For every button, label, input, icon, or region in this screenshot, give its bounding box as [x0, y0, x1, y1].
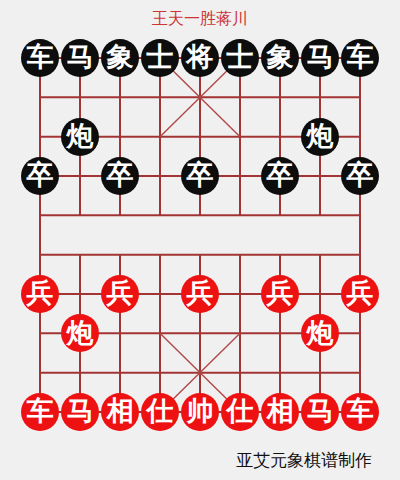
piece-black-cannon[interactable]: 炮	[61, 118, 99, 156]
board-point-h3[interactable]	[300, 274, 340, 313]
board-point-d3[interactable]	[140, 274, 180, 313]
board-point-i5[interactable]	[340, 196, 380, 235]
piece-black-soldier[interactable]: 卒	[261, 157, 299, 195]
board-point-c7[interactable]	[100, 117, 140, 156]
board-point-d4[interactable]	[140, 235, 180, 274]
board-point-f8[interactable]	[220, 78, 260, 117]
board-point-i0[interactable]: 车	[340, 392, 380, 431]
piece-black-elephant[interactable]: 象	[101, 39, 139, 77]
board-point-c2[interactable]	[100, 314, 140, 353]
board-point-a0[interactable]: 车	[20, 392, 60, 431]
board-point-d5[interactable]	[140, 196, 180, 235]
piece-red-cannon[interactable]: 炮	[61, 314, 99, 352]
board-point-a6[interactable]: 卒	[20, 156, 60, 195]
board-point-a8[interactable]	[20, 78, 60, 117]
board-point-e6[interactable]: 卒	[180, 156, 220, 195]
board-point-i3[interactable]: 兵	[340, 274, 380, 313]
piece-grid: 车马象士将士象马车炮炮卒卒卒卒卒兵兵兵兵兵炮炮车马相仕帅仕相马车	[20, 38, 380, 431]
board-point-g4[interactable]	[260, 235, 300, 274]
piece-red-elephant[interactable]: 相	[101, 393, 139, 431]
piece-black-chariot[interactable]: 车	[341, 39, 379, 77]
piece-black-soldier[interactable]: 卒	[181, 157, 219, 195]
board-point-c9[interactable]: 象	[100, 38, 140, 77]
board-point-h4[interactable]	[300, 235, 340, 274]
board-point-g5[interactable]	[260, 196, 300, 235]
board-point-e4[interactable]	[180, 235, 220, 274]
board-point-h5[interactable]	[300, 196, 340, 235]
board-point-a9[interactable]: 车	[20, 38, 60, 77]
board-point-g3[interactable]: 兵	[260, 274, 300, 313]
board-point-g9[interactable]: 象	[260, 38, 300, 77]
credit-text: 亚艾元象棋谱制作	[236, 449, 372, 472]
piece-black-elephant[interactable]: 象	[261, 39, 299, 77]
board-point-e9[interactable]: 将	[180, 38, 220, 77]
board-point-e1[interactable]	[180, 353, 220, 392]
board-point-c4[interactable]	[100, 235, 140, 274]
board-point-f1[interactable]	[220, 353, 260, 392]
board-point-d2[interactable]	[140, 314, 180, 353]
piece-black-soldier[interactable]: 卒	[101, 157, 139, 195]
piece-black-soldier[interactable]: 卒	[21, 157, 59, 195]
board-point-b6[interactable]	[60, 156, 100, 195]
piece-red-horse[interactable]: 马	[61, 393, 99, 431]
board-point-h9[interactable]: 马	[300, 38, 340, 77]
board-point-b4[interactable]	[60, 235, 100, 274]
board-point-d0[interactable]: 仕	[140, 392, 180, 431]
board-point-f5[interactable]	[220, 196, 260, 235]
xiangqi-viewer: 王天一胜蒋川 车马象士将士象马车炮炮卒卒卒卒卒兵兵兵兵兵炮炮车马相仕帅仕相马车 …	[0, 0, 400, 480]
board-point-g0[interactable]: 相	[260, 392, 300, 431]
board-point-c8[interactable]	[100, 78, 140, 117]
piece-black-cannon[interactable]: 炮	[301, 118, 339, 156]
board-point-g1[interactable]	[260, 353, 300, 392]
board-point-b1[interactable]	[60, 353, 100, 392]
board-point-f7[interactable]	[220, 117, 260, 156]
piece-black-advisor[interactable]: 士	[141, 39, 179, 77]
piece-red-cannon[interactable]: 炮	[301, 314, 339, 352]
board-point-d1[interactable]	[140, 353, 180, 392]
piece-red-general[interactable]: 帅	[181, 393, 219, 431]
board-point-d6[interactable]	[140, 156, 180, 195]
board-point-g8[interactable]	[260, 78, 300, 117]
piece-red-soldier[interactable]: 兵	[341, 275, 379, 313]
xiangqi-board: 车马象士将士象马车炮炮卒卒卒卒卒兵兵兵兵兵炮炮车马相仕帅仕相马车	[0, 0, 400, 445]
board-point-b2[interactable]: 炮	[60, 314, 100, 353]
board-point-d9[interactable]: 士	[140, 38, 180, 77]
board-point-e2[interactable]	[180, 314, 220, 353]
board-point-i8[interactable]	[340, 78, 380, 117]
piece-red-soldier[interactable]: 兵	[261, 275, 299, 313]
board-point-e8[interactable]	[180, 78, 220, 117]
piece-red-chariot[interactable]: 车	[341, 393, 379, 431]
board-point-a4[interactable]	[20, 235, 60, 274]
piece-red-advisor[interactable]: 仕	[141, 393, 179, 431]
board-point-i1[interactable]	[340, 353, 380, 392]
board-point-a2[interactable]	[20, 314, 60, 353]
board-point-e5[interactable]	[180, 196, 220, 235]
board-point-i2[interactable]	[340, 314, 380, 353]
board-point-a5[interactable]	[20, 196, 60, 235]
board-point-a7[interactable]	[20, 117, 60, 156]
board-point-f2[interactable]	[220, 314, 260, 353]
piece-red-chariot[interactable]: 车	[21, 393, 59, 431]
board-point-e3[interactable]: 兵	[180, 274, 220, 313]
piece-red-soldier[interactable]: 兵	[181, 275, 219, 313]
board-point-f4[interactable]	[220, 235, 260, 274]
piece-black-advisor[interactable]: 士	[221, 39, 259, 77]
board-point-g6[interactable]: 卒	[260, 156, 300, 195]
board-point-b5[interactable]	[60, 196, 100, 235]
board-point-i7[interactable]	[340, 117, 380, 156]
board-point-a1[interactable]	[20, 353, 60, 392]
piece-red-advisor[interactable]: 仕	[221, 393, 259, 431]
piece-black-horse[interactable]: 马	[61, 39, 99, 77]
board-point-b9[interactable]: 马	[60, 38, 100, 77]
board-point-h2[interactable]: 炮	[300, 314, 340, 353]
piece-black-horse[interactable]: 马	[301, 39, 339, 77]
piece-red-elephant[interactable]: 相	[261, 393, 299, 431]
board-point-c1[interactable]	[100, 353, 140, 392]
board-point-c5[interactable]	[100, 196, 140, 235]
board-point-a3[interactable]: 兵	[20, 274, 60, 313]
board-point-i4[interactable]	[340, 235, 380, 274]
board-point-f9[interactable]: 士	[220, 38, 260, 77]
board-point-b3[interactable]	[60, 274, 100, 313]
piece-black-soldier[interactable]: 卒	[341, 157, 379, 195]
board-point-h1[interactable]	[300, 353, 340, 392]
board-point-c6[interactable]: 卒	[100, 156, 140, 195]
board-point-b8[interactable]	[60, 78, 100, 117]
board-point-d8[interactable]	[140, 78, 180, 117]
board-point-h7[interactable]: 炮	[300, 117, 340, 156]
board-point-b7[interactable]: 炮	[60, 117, 100, 156]
piece-black-chariot[interactable]: 车	[21, 39, 59, 77]
piece-red-soldier[interactable]: 兵	[21, 275, 59, 313]
piece-black-general[interactable]: 将	[181, 39, 219, 77]
board-point-f6[interactable]	[220, 156, 260, 195]
board-point-f0[interactable]: 仕	[220, 392, 260, 431]
board-point-i6[interactable]: 卒	[340, 156, 380, 195]
board-point-g7[interactable]	[260, 117, 300, 156]
board-point-i9[interactable]: 车	[340, 38, 380, 77]
board-point-f3[interactable]	[220, 274, 260, 313]
board-point-h6[interactable]	[300, 156, 340, 195]
piece-red-horse[interactable]: 马	[301, 393, 339, 431]
board-point-c0[interactable]: 相	[100, 392, 140, 431]
board-point-c3[interactable]: 兵	[100, 274, 140, 313]
board-point-d7[interactable]	[140, 117, 180, 156]
board-point-e0[interactable]: 帅	[180, 392, 220, 431]
board-point-h8[interactable]	[300, 78, 340, 117]
piece-red-soldier[interactable]: 兵	[101, 275, 139, 313]
board-point-h0[interactable]: 马	[300, 392, 340, 431]
board-point-b0[interactable]: 马	[60, 392, 100, 431]
board-point-e7[interactable]	[180, 117, 220, 156]
board-point-g2[interactable]	[260, 314, 300, 353]
